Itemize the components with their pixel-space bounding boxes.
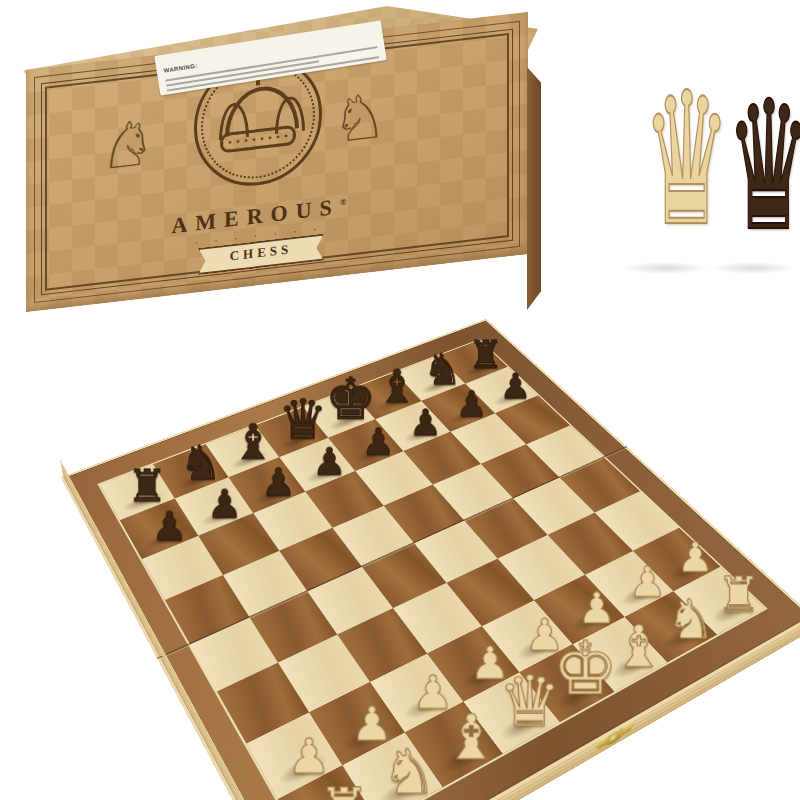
knight-helmet-right-icon: ♘ [332, 84, 388, 152]
piece-white-pawn-a2: ♟ [272, 733, 345, 779]
piece-black-king-e8: ♚ [324, 372, 378, 427]
knight-helmet-left-icon: ♘ [100, 111, 156, 179]
piece-black-pawn-b7: ♟ [195, 485, 254, 522]
piece-black-rook-a8: ♜ [118, 465, 176, 507]
piece-black-pawn-c7: ♟ [249, 464, 307, 501]
piece-white-rook-a1: ♜ [306, 783, 382, 800]
warning-label-text: WARNING: [163, 63, 198, 74]
square-e4 [414, 520, 498, 583]
registered-trademark: ® [340, 197, 347, 208]
product-photo: WARNING: ♘ ♘ AMEROUS® · · · · · · · CHES… [0, 0, 800, 800]
chess-board-squares: ♜♞♝♛♚♝♞♜♟♟♟♟♟♟♟♟♟♟♟♟♟♟♟♟♜♞♝♛♚♝♞♜ [97, 339, 767, 800]
chess-board-scene: ♜♞♝♛♚♝♞♜♟♟♟♟♟♟♟♟♟♟♟♟♟♟♟♟♜♞♝♛♚♝♞♜ [45, 212, 757, 800]
chess-board: ♜♞♝♛♚♝♞♜♟♟♟♟♟♟♟♟♟♟♟♟♟♟♟♟♜♞♝♛♚♝♞♜ [60, 319, 800, 800]
piece-black-pawn-a7: ♟ [139, 507, 199, 545]
piece-black-pawn-d7: ♟ [300, 443, 357, 479]
piece-black-knight-b8: ♞ [172, 441, 229, 486]
piece-black-pawn-e7: ♟ [350, 424, 406, 459]
piece-white-knight-b1: ♞ [372, 743, 446, 800]
brass-clasp [594, 718, 636, 754]
piece-black-pawn-f7: ♟ [398, 405, 453, 440]
piece-black-queen-d8: ♛ [275, 394, 330, 446]
piece-black-bishop-c8: ♝ [225, 420, 281, 466]
